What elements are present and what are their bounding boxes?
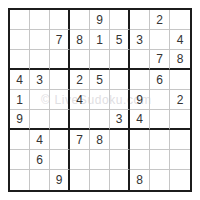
cell-r6c6[interactable]: 3 — [110, 110, 130, 130]
cell-r8c4[interactable] — [70, 150, 90, 170]
cell-r2c3[interactable]: 7 — [50, 30, 70, 50]
cell-r1c8[interactable]: 2 — [150, 10, 170, 30]
cell-r7c7[interactable] — [130, 130, 150, 150]
cell-r2c1[interactable] — [10, 30, 30, 50]
cell-r3c8[interactable]: 7 — [150, 50, 170, 70]
cell-r3c3[interactable] — [50, 50, 70, 70]
cell-r3c6[interactable] — [110, 50, 130, 70]
cell-r5c6[interactable] — [110, 90, 130, 110]
cell-r5c5[interactable] — [90, 90, 110, 110]
cell-r4c4[interactable]: 2 — [70, 70, 90, 90]
cell-r6c5[interactable] — [90, 110, 110, 130]
cell-r9c3[interactable]: 9 — [50, 170, 70, 190]
cell-r1c3[interactable] — [50, 10, 70, 30]
sudoku-board: © LiveSudoku.com 92781534784325614929344… — [8, 8, 192, 192]
cell-r2c4[interactable]: 8 — [70, 30, 90, 50]
cell-r7c5[interactable]: 8 — [90, 130, 110, 150]
cell-r4c2[interactable]: 3 — [30, 70, 50, 90]
cell-r7c2[interactable]: 4 — [30, 130, 50, 150]
cell-r1c5[interactable]: 9 — [90, 10, 110, 30]
cell-r4c6[interactable] — [110, 70, 130, 90]
cell-r1c1[interactable] — [10, 10, 30, 30]
cell-r8c9[interactable] — [170, 150, 190, 170]
cell-r7c3[interactable] — [50, 130, 70, 150]
sudoku-screen: © LiveSudoku.com 92781534784325614929344… — [0, 0, 200, 200]
cell-r6c3[interactable] — [50, 110, 70, 130]
cell-r2c8[interactable] — [150, 30, 170, 50]
cell-r4c1[interactable]: 4 — [10, 70, 30, 90]
cell-r5c9[interactable]: 2 — [170, 90, 190, 110]
cell-r9c4[interactable] — [70, 170, 90, 190]
cell-r3c1[interactable] — [10, 50, 30, 70]
cell-r9c7[interactable]: 8 — [130, 170, 150, 190]
cell-r7c1[interactable] — [10, 130, 30, 150]
cell-r8c7[interactable] — [130, 150, 150, 170]
cell-r8c5[interactable] — [90, 150, 110, 170]
cell-r5c3[interactable] — [50, 90, 70, 110]
cell-r7c8[interactable] — [150, 130, 170, 150]
cell-r9c9[interactable] — [170, 170, 190, 190]
cell-r6c7[interactable]: 4 — [130, 110, 150, 130]
cell-r9c2[interactable] — [30, 170, 50, 190]
cell-r3c4[interactable] — [70, 50, 90, 70]
cell-r2c9[interactable]: 4 — [170, 30, 190, 50]
cell-r8c2[interactable]: 6 — [30, 150, 50, 170]
cell-r7c6[interactable] — [110, 130, 130, 150]
cell-r8c6[interactable] — [110, 150, 130, 170]
cell-r4c5[interactable]: 5 — [90, 70, 110, 90]
cell-r6c8[interactable] — [150, 110, 170, 130]
cell-r6c4[interactable] — [70, 110, 90, 130]
cell-r5c8[interactable] — [150, 90, 170, 110]
cell-r4c9[interactable] — [170, 70, 190, 90]
cell-r3c9[interactable]: 8 — [170, 50, 190, 70]
cell-r1c7[interactable] — [130, 10, 150, 30]
cell-r9c1[interactable] — [10, 170, 30, 190]
cell-r9c5[interactable] — [90, 170, 110, 190]
cell-r6c1[interactable]: 9 — [10, 110, 30, 130]
cell-r2c6[interactable]: 5 — [110, 30, 130, 50]
cell-r1c4[interactable] — [70, 10, 90, 30]
cell-r3c2[interactable] — [30, 50, 50, 70]
cell-r1c2[interactable] — [30, 10, 50, 30]
cell-r5c2[interactable] — [30, 90, 50, 110]
cell-r9c6[interactable] — [110, 170, 130, 190]
cell-r1c9[interactable] — [170, 10, 190, 30]
cell-r3c5[interactable] — [90, 50, 110, 70]
cell-r8c8[interactable] — [150, 150, 170, 170]
cell-r2c5[interactable]: 1 — [90, 30, 110, 50]
cell-r6c9[interactable] — [170, 110, 190, 130]
cell-r2c2[interactable] — [30, 30, 50, 50]
cell-r4c3[interactable] — [50, 70, 70, 90]
cell-r2c7[interactable]: 3 — [130, 30, 150, 50]
cell-r6c2[interactable] — [30, 110, 50, 130]
cell-r4c8[interactable]: 6 — [150, 70, 170, 90]
cell-r8c3[interactable] — [50, 150, 70, 170]
cell-r9c8[interactable] — [150, 170, 170, 190]
cell-r1c6[interactable] — [110, 10, 130, 30]
cell-r5c1[interactable]: 1 — [10, 90, 30, 110]
cell-r8c1[interactable] — [10, 150, 30, 170]
cell-r7c9[interactable] — [170, 130, 190, 150]
cell-r3c7[interactable] — [130, 50, 150, 70]
cell-r7c4[interactable]: 7 — [70, 130, 90, 150]
cell-r5c7[interactable]: 9 — [130, 90, 150, 110]
sudoku-grid: 9278153478432561492934478698 — [10, 10, 190, 190]
cell-r5c4[interactable]: 4 — [70, 90, 90, 110]
cell-r4c7[interactable] — [130, 70, 150, 90]
